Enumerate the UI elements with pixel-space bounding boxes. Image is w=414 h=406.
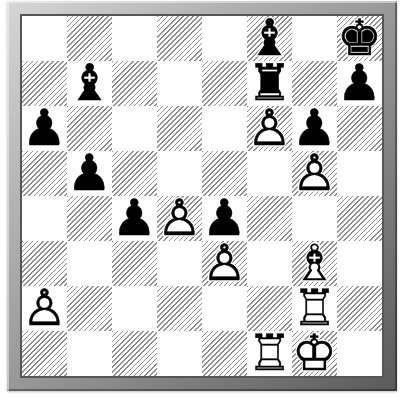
- square-g5[interactable]: ♟♙: [292, 151, 337, 196]
- piece-face: ♖: [247, 331, 292, 376]
- square-f1[interactable]: ♜♖: [247, 331, 292, 376]
- square-d4[interactable]: ♟♙: [157, 196, 202, 241]
- square-d2[interactable]: [157, 286, 202, 331]
- square-f5[interactable]: [247, 151, 292, 196]
- piece-white-pawn-a2: ♟♙: [22, 286, 67, 331]
- square-d6[interactable]: [157, 106, 202, 151]
- piece-face: ♟: [112, 196, 157, 241]
- piece-face: ♟: [337, 61, 382, 106]
- square-b7[interactable]: ♝♝: [67, 61, 112, 106]
- square-e3[interactable]: ♟♙: [202, 241, 247, 286]
- square-e1[interactable]: [202, 331, 247, 376]
- square-b1[interactable]: [67, 331, 112, 376]
- square-f3[interactable]: [247, 241, 292, 286]
- board-frame: ♝♝♚♚♝♝♜♜♟♟♟♟♟♙♟♟♟♟♟♙♟♟♟♙♟♟♟♙♝♗♟♙♜♖♜♖♚♔: [7, 1, 397, 391]
- piece-face: ♙: [157, 196, 202, 241]
- square-e6[interactable]: [202, 106, 247, 151]
- piece-face: ♙: [292, 151, 337, 196]
- square-a2[interactable]: ♟♙: [22, 286, 67, 331]
- square-a4[interactable]: [22, 196, 67, 241]
- piece-black-bishop-b7: ♝♝: [67, 61, 112, 106]
- piece-white-pawn-d4: ♟♙: [157, 196, 202, 241]
- square-c7[interactable]: [112, 61, 157, 106]
- piece-face: ♝: [67, 61, 112, 106]
- square-h3[interactable]: [337, 241, 382, 286]
- square-h2[interactable]: [337, 286, 382, 331]
- square-a1[interactable]: [22, 331, 67, 376]
- chess-board: ♝♝♚♚♝♝♜♜♟♟♟♟♟♙♟♟♟♟♟♙♟♟♟♙♟♟♟♙♝♗♟♙♜♖♜♖♚♔: [20, 14, 384, 378]
- piece-face: ♟: [22, 106, 67, 151]
- square-e8[interactable]: [202, 16, 247, 61]
- square-h6[interactable]: [337, 106, 382, 151]
- piece-face: ♙: [202, 241, 247, 286]
- square-d3[interactable]: [157, 241, 202, 286]
- piece-black-pawn-h7: ♟♟: [337, 61, 382, 106]
- piece-white-pawn-g5: ♟♙: [292, 151, 337, 196]
- square-a6[interactable]: ♟♟: [22, 106, 67, 151]
- piece-black-pawn-c4: ♟♟: [112, 196, 157, 241]
- square-h1[interactable]: [337, 331, 382, 376]
- piece-face: ♙: [22, 286, 67, 331]
- square-c6[interactable]: [112, 106, 157, 151]
- square-d8[interactable]: [157, 16, 202, 61]
- square-h4[interactable]: [337, 196, 382, 241]
- square-h7[interactable]: ♟♟: [337, 61, 382, 106]
- square-c8[interactable]: [112, 16, 157, 61]
- square-e2[interactable]: [202, 286, 247, 331]
- page: ♝♝♚♚♝♝♜♜♟♟♟♟♟♙♟♟♟♟♟♙♟♟♟♙♟♟♟♙♝♗♟♙♜♖♜♖♚♔: [0, 0, 414, 406]
- square-f6[interactable]: ♟♙: [247, 106, 292, 151]
- piece-white-pawn-e3: ♟♙: [202, 241, 247, 286]
- square-c2[interactable]: [112, 286, 157, 331]
- square-h5[interactable]: [337, 151, 382, 196]
- square-b5[interactable]: ♟♟: [67, 151, 112, 196]
- piece-black-pawn-b5: ♟♟: [67, 151, 112, 196]
- square-g1[interactable]: ♚♔: [292, 331, 337, 376]
- square-d1[interactable]: [157, 331, 202, 376]
- square-c4[interactable]: ♟♟: [112, 196, 157, 241]
- piece-face: ♙: [247, 106, 292, 151]
- square-c1[interactable]: [112, 331, 157, 376]
- square-e7[interactable]: [202, 61, 247, 106]
- square-b3[interactable]: [67, 241, 112, 286]
- square-a5[interactable]: [22, 151, 67, 196]
- square-f4[interactable]: [247, 196, 292, 241]
- square-c3[interactable]: [112, 241, 157, 286]
- square-a8[interactable]: [22, 16, 67, 61]
- piece-face: ♔: [292, 331, 337, 376]
- square-d7[interactable]: [157, 61, 202, 106]
- square-g8[interactable]: [292, 16, 337, 61]
- square-b4[interactable]: [67, 196, 112, 241]
- square-b2[interactable]: [67, 286, 112, 331]
- piece-face: ♟: [67, 151, 112, 196]
- piece-white-rook-f1: ♜♖: [247, 331, 292, 376]
- piece-white-king-g1: ♚♔: [292, 331, 337, 376]
- piece-white-pawn-f6: ♟♙: [247, 106, 292, 151]
- piece-black-pawn-a6: ♟♟: [22, 106, 67, 151]
